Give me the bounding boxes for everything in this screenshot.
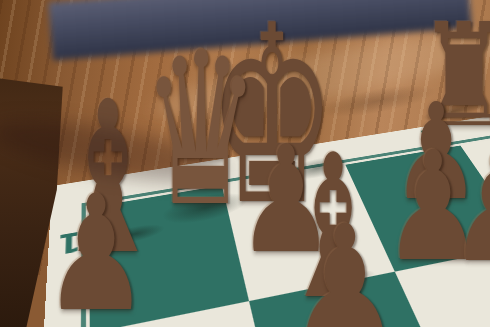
- piece-pawn-f3: ♟: [449, 133, 490, 284]
- piece-queen-b1: ♛: [142, 24, 260, 236]
- chess-photo: c d 1 ♝♛♚♟♟♟♝♟♟♟♜: [0, 0, 490, 327]
- piece-pawn-a2: ♟: [43, 174, 149, 327]
- piece-pawn-d3: ♟: [287, 203, 404, 327]
